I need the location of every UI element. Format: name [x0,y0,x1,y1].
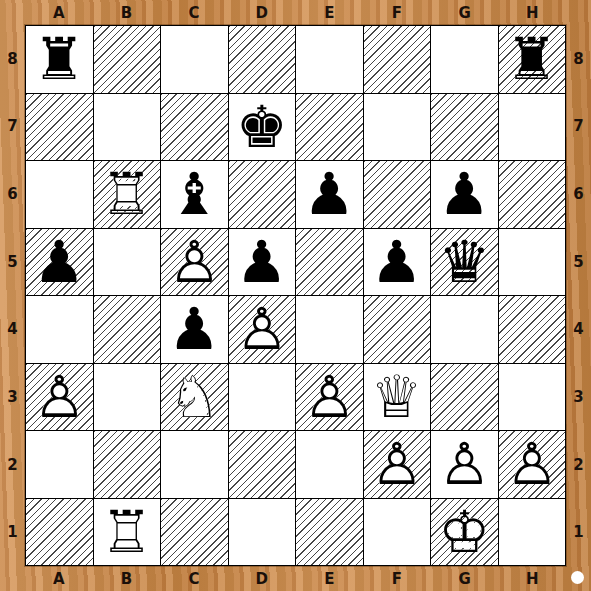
square-c7[interactable] [161,94,228,161]
black-rook-glyph: ♜ [506,30,558,88]
square-a8[interactable]: ♜ [26,26,93,93]
square-b7[interactable] [94,94,161,161]
black-pawn-glyph: ♟ [438,165,490,223]
white-pawn-glyph: ♙ [236,300,288,358]
file-label-b: B [93,566,161,591]
white-pawn-glyph: ♙ [168,233,220,291]
square-c4[interactable]: ♟ [161,296,228,363]
white-pawn: ♟♙ [431,431,498,498]
square-b4[interactable] [94,296,161,363]
file-labels-bottom: ABCDEFGH [25,566,566,591]
black-rook-glyph: ♜ [33,30,85,88]
rank-label-2: 2 [0,431,25,499]
square-f7[interactable] [364,94,431,161]
white-pawn-glyph: ♙ [506,435,558,493]
square-e4[interactable] [296,296,363,363]
square-f2[interactable]: ♟♙ [364,431,431,498]
square-d5[interactable]: ♟ [229,229,296,296]
file-label-b: B [93,0,161,25]
white-pawn-glyph: ♙ [371,435,423,493]
rank-label-7: 7 [0,93,25,161]
black-queen: ♛ [431,229,498,296]
square-g5[interactable]: ♛ [431,229,498,296]
file-label-d: D [228,566,296,591]
file-label-g: G [431,566,499,591]
square-e6[interactable]: ♟ [296,161,363,228]
file-label-c: C [160,0,228,25]
file-label-f: F [363,0,431,25]
rank-label-4: 4 [0,296,25,364]
white-rook-glyph: ♖ [101,165,153,223]
black-pawn-glyph: ♟ [33,233,85,291]
square-f8[interactable] [364,26,431,93]
square-c6[interactable]: ♝ [161,161,228,228]
rank-label-6: 6 [566,160,591,228]
rank-label-5: 5 [566,228,591,296]
file-label-a: A [25,0,93,25]
rank-label-8: 8 [0,25,25,93]
file-labels-top: ABCDEFGH [25,0,566,25]
white-rook: ♜♖ [94,161,161,228]
white-pawn: ♟♙ [296,364,363,431]
black-king: ♚ [229,94,296,161]
square-h2[interactable]: ♟♙ [499,431,566,498]
white-rook: ♜♖ [94,499,161,566]
file-label-a: A [25,566,93,591]
black-pawn-glyph: ♟ [303,165,355,223]
black-pawn: ♟ [431,161,498,228]
white-pawn-glyph: ♙ [33,368,85,426]
square-a4[interactable] [26,296,93,363]
square-d1[interactable] [229,499,296,566]
white-queen-glyph: ♕ [371,368,423,426]
white-king-glyph: ♔ [438,503,490,561]
white-pawn: ♟♙ [229,296,296,363]
black-pawn: ♟ [229,229,296,296]
rank-labels-left: 87654321 [0,25,25,566]
white-pawn: ♟♙ [26,364,93,431]
square-a5[interactable]: ♟ [26,229,93,296]
square-f5[interactable]: ♟ [364,229,431,296]
black-pawn: ♟ [26,229,93,296]
rank-label-6: 6 [0,160,25,228]
black-pawn: ♟ [296,161,363,228]
rank-label-2: 2 [566,431,591,499]
square-f4[interactable] [364,296,431,363]
square-b6[interactable]: ♜♖ [94,161,161,228]
file-label-c: C [160,566,228,591]
square-g3[interactable] [431,364,498,431]
file-label-d: D [228,0,296,25]
rank-label-1: 1 [0,498,25,566]
square-h8[interactable]: ♜ [499,26,566,93]
square-b1[interactable]: ♜♖ [94,499,161,566]
black-pawn: ♟ [161,296,228,363]
square-h5[interactable] [499,229,566,296]
square-g8[interactable] [431,26,498,93]
file-label-e: E [296,566,364,591]
square-d6[interactable] [229,161,296,228]
square-h7[interactable] [499,94,566,161]
white-pawn: ♟♙ [161,229,228,296]
rank-label-8: 8 [566,25,591,93]
square-c3[interactable]: ♞♘ [161,364,228,431]
square-e5[interactable] [296,229,363,296]
square-e2[interactable] [296,431,363,498]
white-pawn-glyph: ♙ [438,435,490,493]
square-c5[interactable]: ♟♙ [161,229,228,296]
square-d4[interactable]: ♟♙ [229,296,296,363]
black-king-glyph: ♚ [236,98,288,156]
square-g2[interactable]: ♟♙ [431,431,498,498]
square-g7[interactable] [431,94,498,161]
white-knight-glyph: ♘ [168,368,220,426]
square-h6[interactable] [499,161,566,228]
black-pawn: ♟ [364,229,431,296]
square-a1[interactable] [26,499,93,566]
white-pawn: ♟♙ [364,431,431,498]
square-e1[interactable] [296,499,363,566]
square-f1[interactable] [364,499,431,566]
square-e7[interactable] [296,94,363,161]
white-queen: ♛♕ [364,364,431,431]
square-h4[interactable] [499,296,566,363]
square-g1[interactable]: ♚♔ [431,499,498,566]
file-label-e: E [296,0,364,25]
white-king: ♚♔ [431,499,498,566]
square-h3[interactable] [499,364,566,431]
square-b2[interactable] [94,431,161,498]
square-h1[interactable] [499,499,566,566]
black-bishop-glyph: ♝ [168,165,220,223]
black-bishop: ♝ [161,161,228,228]
file-label-g: G [431,0,499,25]
square-e8[interactable] [296,26,363,93]
square-a6[interactable] [26,161,93,228]
square-b3[interactable] [94,364,161,431]
square-b8[interactable] [94,26,161,93]
white-pawn-glyph: ♙ [303,368,355,426]
white-knight: ♞♘ [161,364,228,431]
rank-label-3: 3 [566,363,591,431]
rank-labels-right: 87654321 [566,25,591,566]
square-e3[interactable]: ♟♙ [296,364,363,431]
board-frame: ABCDEFGH ABCDEFGH 87654321 87654321 ♜♜♚♜… [0,0,591,591]
rank-label-4: 4 [566,296,591,364]
white-rook-glyph: ♖ [101,503,153,561]
rank-label-5: 5 [0,228,25,296]
square-d3[interactable] [229,364,296,431]
square-a2[interactable] [26,431,93,498]
square-c2[interactable] [161,431,228,498]
rank-label-3: 3 [0,363,25,431]
black-pawn-glyph: ♟ [236,233,288,291]
white-pawn: ♟♙ [499,431,566,498]
rank-label-1: 1 [566,498,591,566]
square-b5[interactable] [94,229,161,296]
rank-label-7: 7 [566,93,591,161]
square-d2[interactable] [229,431,296,498]
black-rook: ♜ [26,26,93,93]
file-label-h: H [498,0,566,25]
square-d7[interactable]: ♚ [229,94,296,161]
file-label-f: F [363,566,431,591]
white-to-move-indicator [571,571,584,584]
black-queen-glyph: ♛ [438,233,490,291]
file-label-h: H [498,566,566,591]
square-f3[interactable]: ♛♕ [364,364,431,431]
chess-board: ♜♜♚♜♖♝♟♟♟♟♙♟♟♛♟♟♙♟♙♞♘♟♙♛♕♟♙♟♙♟♙♜♖♚♔ [25,25,566,566]
square-c1[interactable] [161,499,228,566]
square-c8[interactable] [161,26,228,93]
square-a3[interactable]: ♟♙ [26,364,93,431]
square-d8[interactable] [229,26,296,93]
black-pawn-glyph: ♟ [168,300,220,358]
black-rook: ♜ [499,26,566,93]
square-g4[interactable] [431,296,498,363]
square-g6[interactable]: ♟ [431,161,498,228]
square-f6[interactable] [364,161,431,228]
black-pawn-glyph: ♟ [371,233,423,291]
square-a7[interactable] [26,94,93,161]
